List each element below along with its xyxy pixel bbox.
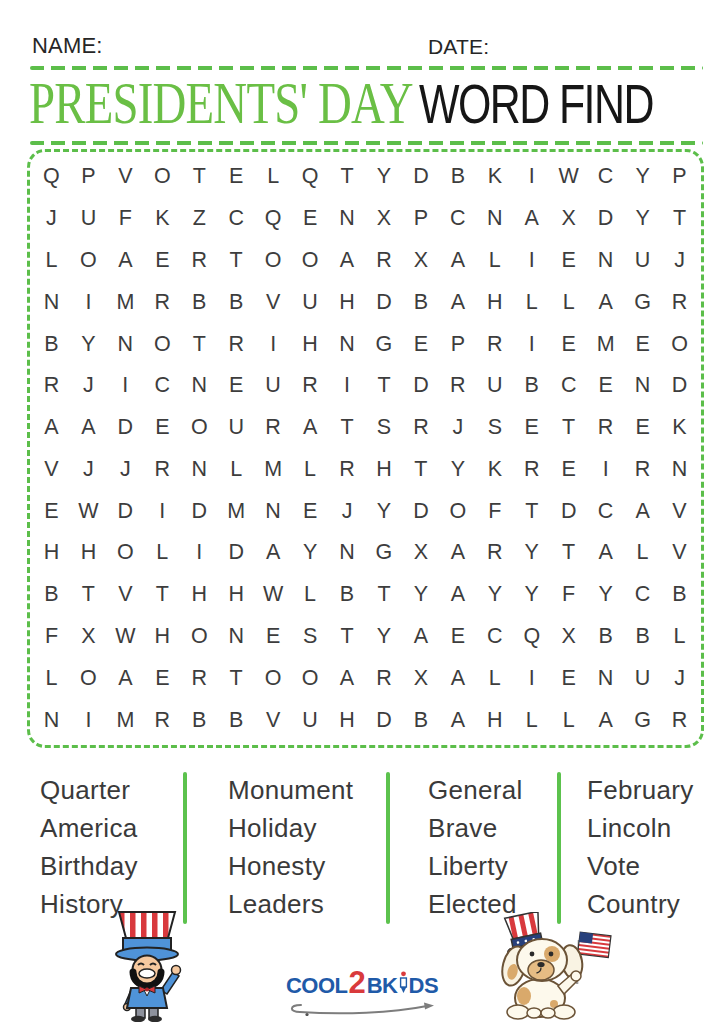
- grid-cell-r8c12[interactable]: Y: [439, 448, 476, 490]
- grid-cell-r10c6[interactable]: D: [218, 532, 255, 574]
- grid-cell-r13c4[interactable]: E: [144, 657, 181, 699]
- grid-cell-r8c11[interactable]: T: [402, 448, 439, 490]
- grid-cell-r14c11[interactable]: B: [402, 699, 439, 741]
- title-highlight: PRESIDENTS' DAY: [29, 70, 413, 136]
- grid-cell-r9c4[interactable]: I: [144, 490, 181, 532]
- grid-cell-r9c3[interactable]: D: [107, 490, 144, 532]
- grid-cell-r11c16[interactable]: Y: [587, 574, 624, 616]
- grid-cell-r7c10[interactable]: S: [365, 407, 402, 449]
- grid-cell-r5c6[interactable]: R: [218, 323, 255, 365]
- grid-cell-r7c8[interactable]: A: [292, 407, 329, 449]
- word-list-column-1: QuarterAmericaBirthdayHistory: [40, 771, 138, 923]
- grid-cell-r5c9[interactable]: N: [329, 323, 366, 365]
- grid-cell-r10c10[interactable]: G: [365, 532, 402, 574]
- grid-cell-r3c7[interactable]: O: [255, 240, 292, 282]
- grid-cell-r2c9[interactable]: N: [329, 198, 366, 240]
- grid-cell-r5c15[interactable]: E: [550, 323, 587, 365]
- dashed-divider-under-title: [30, 141, 703, 145]
- word-list-item[interactable]: Lincoln: [587, 809, 693, 847]
- grid-cell-r11c7[interactable]: W: [255, 574, 292, 616]
- grid-cell-r9c18[interactable]: V: [661, 490, 698, 532]
- grid-cell-r6c17[interactable]: N: [624, 365, 661, 407]
- grid-cell-r9c7[interactable]: N: [255, 490, 292, 532]
- word-list-item[interactable]: Brave: [428, 809, 523, 847]
- grid-cell-r9c6[interactable]: M: [218, 490, 255, 532]
- grid-cell-r6c13[interactable]: U: [476, 365, 513, 407]
- grid-cell-r10c11[interactable]: X: [402, 532, 439, 574]
- grid-cell-r12c8[interactable]: S: [292, 616, 329, 658]
- grid-cell-r13c12[interactable]: A: [439, 657, 476, 699]
- grid-cell-r10c9[interactable]: N: [329, 532, 366, 574]
- grid-cell-r8c17[interactable]: R: [624, 448, 661, 490]
- grid-cell-r10c18[interactable]: V: [661, 532, 698, 574]
- grid-cell-r5c3[interactable]: N: [107, 323, 144, 365]
- uncle-sam-mascot-icon: [97, 910, 197, 1022]
- grid-cell-r8c14[interactable]: R: [513, 448, 550, 490]
- grid-cell-r10c8[interactable]: Y: [292, 532, 329, 574]
- grid-cell-r12c10[interactable]: Y: [365, 616, 402, 658]
- grid-cell-r12c15[interactable]: X: [550, 616, 587, 658]
- grid-cell-r6c16[interactable]: E: [587, 365, 624, 407]
- grid-cell-r2c14[interactable]: A: [513, 198, 550, 240]
- grid-cell-r4c5[interactable]: B: [181, 281, 218, 323]
- grid-cell-r8c8[interactable]: L: [292, 448, 329, 490]
- grid-cell-r12c7[interactable]: E: [255, 616, 292, 658]
- grid-cell-r7c2[interactable]: A: [70, 407, 107, 449]
- grid-cell-r4c11[interactable]: B: [402, 281, 439, 323]
- grid-cell-r5c8[interactable]: H: [292, 323, 329, 365]
- grid-cell-r12c16[interactable]: B: [587, 616, 624, 658]
- grid-cell-r6c10[interactable]: T: [365, 365, 402, 407]
- grid-cell-r4c15[interactable]: L: [550, 281, 587, 323]
- grid-cell-r8c15[interactable]: E: [550, 448, 587, 490]
- grid-cell-r6c5[interactable]: N: [181, 365, 218, 407]
- grid-cell-r7c18[interactable]: K: [661, 407, 698, 449]
- grid-cell-r14c12[interactable]: A: [439, 699, 476, 741]
- grid-cell-r2c15[interactable]: X: [550, 198, 587, 240]
- grid-cell-r2c8[interactable]: E: [292, 198, 329, 240]
- grid-cell-r5c2[interactable]: Y: [70, 323, 107, 365]
- grid-cell-r14c15[interactable]: L: [550, 699, 587, 741]
- grid-cell-r4c16[interactable]: A: [587, 281, 624, 323]
- word-list-column-2: MonumentHolidayHonestyLeaders: [228, 771, 353, 923]
- grid-cell-r4c4[interactable]: R: [144, 281, 181, 323]
- grid-cell-r4c17[interactable]: G: [624, 281, 661, 323]
- grid-cell-r1c6[interactable]: E: [218, 156, 255, 198]
- grid-cell-r9c16[interactable]: C: [587, 490, 624, 532]
- grid-cell-r9c8[interactable]: E: [292, 490, 329, 532]
- grid-cell-r4c9[interactable]: H: [329, 281, 366, 323]
- grid-cell-r3c12[interactable]: A: [439, 240, 476, 282]
- grid-cell-r7c12[interactable]: J: [439, 407, 476, 449]
- grid-cell-r14c4[interactable]: R: [144, 699, 181, 741]
- grid-cell-r2c2[interactable]: U: [70, 198, 107, 240]
- word-list-item[interactable]: General: [428, 771, 523, 809]
- grid-cell-r6c14[interactable]: B: [513, 365, 550, 407]
- word-list-column-3: GeneralBraveLibertyElected: [428, 771, 523, 923]
- grid-cell-r10c17[interactable]: L: [624, 532, 661, 574]
- grid-cell-r3c1[interactable]: L: [33, 240, 70, 282]
- grid-cell-r4c14[interactable]: L: [513, 281, 550, 323]
- grid-cell-r14c2[interactable]: I: [70, 699, 107, 741]
- grid-cell-r14c8[interactable]: U: [292, 699, 329, 741]
- grid-cell-r11c9[interactable]: B: [329, 574, 366, 616]
- logo-pencil-i-icon: [399, 971, 408, 993]
- word-list-divider-1: [183, 772, 187, 924]
- grid-cell-r14c3[interactable]: M: [107, 699, 144, 741]
- grid-cell-r11c18[interactable]: B: [661, 574, 698, 616]
- grid-cell-r6c3[interactable]: I: [107, 365, 144, 407]
- grid-cell-r7c14[interactable]: E: [513, 407, 550, 449]
- grid-cell-r5c11[interactable]: E: [402, 323, 439, 365]
- grid-cell-r8c7[interactable]: M: [255, 448, 292, 490]
- grid-cell-r11c2[interactable]: T: [70, 574, 107, 616]
- grid-cell-r4c1[interactable]: N: [33, 281, 70, 323]
- grid-cell-r3c6[interactable]: T: [218, 240, 255, 282]
- grid-cell-r10c3[interactable]: O: [107, 532, 144, 574]
- grid-cell-r3c11[interactable]: X: [402, 240, 439, 282]
- grid-cell-r8c9[interactable]: R: [329, 448, 366, 490]
- grid-cell-r14c18[interactable]: R: [661, 699, 698, 741]
- grid-cell-r1c9[interactable]: T: [329, 156, 366, 198]
- grid-cell-r8c2[interactable]: J: [70, 448, 107, 490]
- grid-cell-r3c10[interactable]: R: [365, 240, 402, 282]
- grid-cell-r9c10[interactable]: Y: [365, 490, 402, 532]
- grid-cell-r3c3[interactable]: A: [107, 240, 144, 282]
- grid-cell-r1c2[interactable]: P: [70, 156, 107, 198]
- grid-cell-r12c2[interactable]: X: [70, 616, 107, 658]
- grid-cell-r4c10[interactable]: D: [365, 281, 402, 323]
- grid-cell-r12c9[interactable]: T: [329, 616, 366, 658]
- grid-cell-r1c7[interactable]: L: [255, 156, 292, 198]
- grid-cell-r13c18[interactable]: J: [661, 657, 698, 699]
- grid-cell-r13c10[interactable]: R: [365, 657, 402, 699]
- word-list-item[interactable]: Birthday: [40, 847, 138, 885]
- grid-cell-r2c5[interactable]: Z: [181, 198, 218, 240]
- grid-cell-r2c13[interactable]: N: [476, 198, 513, 240]
- grid-cell-r9c11[interactable]: D: [402, 490, 439, 532]
- grid-cell-r1c13[interactable]: K: [476, 156, 513, 198]
- grid-cell-r14c10[interactable]: D: [365, 699, 402, 741]
- grid-cell-r11c14[interactable]: Y: [513, 574, 550, 616]
- grid-cell-r8c4[interactable]: R: [144, 448, 181, 490]
- grid-cell-r13c9[interactable]: A: [329, 657, 366, 699]
- grid-cell-r2c16[interactable]: D: [587, 198, 624, 240]
- grid-cell-r6c18[interactable]: D: [661, 365, 698, 407]
- grid-cell-r4c13[interactable]: H: [476, 281, 513, 323]
- grid-cell-r1c3[interactable]: V: [107, 156, 144, 198]
- grid-cell-r11c15[interactable]: F: [550, 574, 587, 616]
- grid-cell-r3c15[interactable]: E: [550, 240, 587, 282]
- word-list-divider-3: [557, 772, 561, 924]
- grid-cell-r11c6[interactable]: H: [218, 574, 255, 616]
- grid-cell-r10c7[interactable]: A: [255, 532, 292, 574]
- grid-cell-r5c5[interactable]: T: [181, 323, 218, 365]
- grid-cell-r2c11[interactable]: P: [402, 198, 439, 240]
- word-list-item[interactable]: Honesty: [228, 847, 353, 885]
- grid-cell-r6c6[interactable]: E: [218, 365, 255, 407]
- grid-cell-r2c3[interactable]: F: [107, 198, 144, 240]
- grid-cell-r7c16[interactable]: R: [587, 407, 624, 449]
- grid-cell-r14c6[interactable]: B: [218, 699, 255, 741]
- grid-cell-r3c16[interactable]: N: [587, 240, 624, 282]
- grid-cell-r3c18[interactable]: J: [661, 240, 698, 282]
- logo-two-text: 2: [348, 972, 365, 994]
- grid-cell-r1c12[interactable]: B: [439, 156, 476, 198]
- grid-cell-r12c17[interactable]: B: [624, 616, 661, 658]
- grid-cell-r9c15[interactable]: D: [550, 490, 587, 532]
- word-list-item[interactable]: Vote: [587, 847, 693, 885]
- grid-cell-r2c10[interactable]: X: [365, 198, 402, 240]
- grid-cell-r11c10[interactable]: T: [365, 574, 402, 616]
- name-label: NAME:: [32, 33, 103, 59]
- grid-cell-r2c4[interactable]: K: [144, 198, 181, 240]
- grid-cell-r9c14[interactable]: T: [513, 490, 550, 532]
- grid-cell-r1c5[interactable]: T: [181, 156, 218, 198]
- grid-cell-r5c16[interactable]: M: [587, 323, 624, 365]
- grid-cell-r13c17[interactable]: U: [624, 657, 661, 699]
- patriotic-puppy-mascot-icon: [482, 912, 614, 1022]
- grid-cell-r10c5[interactable]: I: [181, 532, 218, 574]
- grid-cell-r10c2[interactable]: H: [70, 532, 107, 574]
- grid-cell-r5c10[interactable]: G: [365, 323, 402, 365]
- grid-cell-r14c13[interactable]: H: [476, 699, 513, 741]
- grid-cell-r3c13[interactable]: L: [476, 240, 513, 282]
- grid-cell-r12c3[interactable]: W: [107, 616, 144, 658]
- grid-cell-r7c7[interactable]: R: [255, 407, 292, 449]
- grid-cell-r12c13[interactable]: C: [476, 616, 513, 658]
- grid-cell-r7c5[interactable]: O: [181, 407, 218, 449]
- grid-cell-r10c4[interactable]: L: [144, 532, 181, 574]
- grid-cell-r6c2[interactable]: J: [70, 365, 107, 407]
- grid-cell-r8c10[interactable]: H: [365, 448, 402, 490]
- grid-cell-r5c13[interactable]: R: [476, 323, 513, 365]
- grid-cell-r10c15[interactable]: T: [550, 532, 587, 574]
- grid-cell-r7c9[interactable]: T: [329, 407, 366, 449]
- grid-cell-r5c1[interactable]: B: [33, 323, 70, 365]
- grid-cell-r4c7[interactable]: V: [255, 281, 292, 323]
- word-list-item[interactable]: Monument: [228, 771, 353, 809]
- grid-cell-r7c6[interactable]: U: [218, 407, 255, 449]
- grid-cell-r1c10[interactable]: Y: [365, 156, 402, 198]
- grid-cell-r2c1[interactable]: J: [33, 198, 70, 240]
- logo-bk-text: BK: [367, 973, 398, 999]
- grid-cell-r3c9[interactable]: A: [329, 240, 366, 282]
- grid-cell-r3c2[interactable]: O: [70, 240, 107, 282]
- grid-cell-r7c1[interactable]: A: [33, 407, 70, 449]
- grid-cell-r13c2[interactable]: O: [70, 657, 107, 699]
- grid-cell-r6c12[interactable]: R: [439, 365, 476, 407]
- grid-cell-r9c9[interactable]: J: [329, 490, 366, 532]
- word-list-item[interactable]: Liberty: [428, 847, 523, 885]
- grid-cell-r5c7[interactable]: I: [255, 323, 292, 365]
- logo-ds-text: DS: [409, 973, 439, 999]
- grid-cell-r4c12[interactable]: A: [439, 281, 476, 323]
- grid-cell-r7c15[interactable]: T: [550, 407, 587, 449]
- grid-cell-r1c1[interactable]: Q: [33, 156, 70, 198]
- grid-cell-r8c1[interactable]: V: [33, 448, 70, 490]
- grid-cell-r12c14[interactable]: Q: [513, 616, 550, 658]
- grid-cell-r13c11[interactable]: X: [402, 657, 439, 699]
- grid-cell-r7c3[interactable]: D: [107, 407, 144, 449]
- grid-cell-r1c14[interactable]: I: [513, 156, 550, 198]
- word-list-item[interactable]: Holiday: [228, 809, 353, 847]
- grid-cell-r7c4[interactable]: E: [144, 407, 181, 449]
- grid-cell-r2c12[interactable]: C: [439, 198, 476, 240]
- grid-cell-r1c15[interactable]: W: [550, 156, 587, 198]
- grid-cell-r10c1[interactable]: H: [33, 532, 70, 574]
- grid-cell-r13c7[interactable]: O: [255, 657, 292, 699]
- grid-cell-r9c17[interactable]: A: [624, 490, 661, 532]
- grid-cell-r4c6[interactable]: B: [218, 281, 255, 323]
- word-grid: QPVOTELQTYDBKIWCYPJUFKZCQENXPCNAXDYTLOAE…: [27, 149, 704, 748]
- grid-cell-r12c1[interactable]: F: [33, 616, 70, 658]
- word-list-column-4: FebruaryLincolnVoteCountry: [587, 771, 693, 923]
- logo-cool-text: COOL: [286, 973, 348, 999]
- grid-cell-r14c7[interactable]: V: [255, 699, 292, 741]
- grid-cell-r1c17[interactable]: Y: [624, 156, 661, 198]
- grid-cell-r11c12[interactable]: A: [439, 574, 476, 616]
- cool2bkids-logo-text: COOL2BK DS: [283, 971, 441, 999]
- grid-cell-r11c4[interactable]: T: [144, 574, 181, 616]
- grid-cell-r6c7[interactable]: U: [255, 365, 292, 407]
- grid-cell-r13c3[interactable]: A: [107, 657, 144, 699]
- grid-cell-r14c14[interactable]: L: [513, 699, 550, 741]
- grid-cell-r6c15[interactable]: C: [550, 365, 587, 407]
- grid-cell-r8c18[interactable]: N: [661, 448, 698, 490]
- grid-cell-r7c13[interactable]: S: [476, 407, 513, 449]
- grid-cell-r3c4[interactable]: E: [144, 240, 181, 282]
- grid-cell-r9c12[interactable]: O: [439, 490, 476, 532]
- grid-cell-r8c6[interactable]: L: [218, 448, 255, 490]
- grid-cell-r8c5[interactable]: N: [181, 448, 218, 490]
- grid-cell-r11c11[interactable]: Y: [402, 574, 439, 616]
- word-list-item[interactable]: Quarter: [40, 771, 138, 809]
- date-label: DATE:: [428, 35, 489, 59]
- word-list-item[interactable]: Leaders: [228, 885, 353, 923]
- grid-cell-r6c9[interactable]: I: [329, 365, 366, 407]
- grid-cell-r4c18[interactable]: R: [661, 281, 698, 323]
- grid-cell-r13c8[interactable]: O: [292, 657, 329, 699]
- grid-cell-r13c6[interactable]: T: [218, 657, 255, 699]
- logo-swoosh-underline-icon: [287, 1000, 437, 1016]
- grid-cell-r5c12[interactable]: P: [439, 323, 476, 365]
- grid-cell-r12c18[interactable]: L: [661, 616, 698, 658]
- grid-cell-r3c14[interactable]: I: [513, 240, 550, 282]
- word-list-item[interactable]: February: [587, 771, 693, 809]
- grid-cell-r5c4[interactable]: O: [144, 323, 181, 365]
- grid-cell-r11c13[interactable]: Y: [476, 574, 513, 616]
- grid-cell-r8c16[interactable]: I: [587, 448, 624, 490]
- grid-cell-r14c9[interactable]: H: [329, 699, 366, 741]
- grid-cell-r3c8[interactable]: O: [292, 240, 329, 282]
- grid-cell-r1c4[interactable]: O: [144, 156, 181, 198]
- grid-cell-r1c8[interactable]: Q: [292, 156, 329, 198]
- grid-cell-r14c16[interactable]: A: [587, 699, 624, 741]
- grid-cell-r11c1[interactable]: B: [33, 574, 70, 616]
- grid-cell-r1c16[interactable]: C: [587, 156, 624, 198]
- grid-cell-r9c2[interactable]: W: [70, 490, 107, 532]
- grid-cell-r11c17[interactable]: C: [624, 574, 661, 616]
- cool2bkids-logo: COOL2BK DS: [283, 971, 441, 1016]
- grid-cell-r11c5[interactable]: H: [181, 574, 218, 616]
- grid-cell-r6c8[interactable]: R: [292, 365, 329, 407]
- grid-cell-r10c12[interactable]: A: [439, 532, 476, 574]
- grid-cell-r14c1[interactable]: N: [33, 699, 70, 741]
- grid-cell-r8c3[interactable]: J: [107, 448, 144, 490]
- grid-cell-r6c4[interactable]: C: [144, 365, 181, 407]
- grid-cell-r13c15[interactable]: E: [550, 657, 587, 699]
- grid-cell-r13c16[interactable]: N: [587, 657, 624, 699]
- grid-cell-r12c12[interactable]: E: [439, 616, 476, 658]
- grid-cell-r13c13[interactable]: L: [476, 657, 513, 699]
- grid-cell-r13c1[interactable]: L: [33, 657, 70, 699]
- grid-cell-r2c6[interactable]: C: [218, 198, 255, 240]
- grid-cell-r2c18[interactable]: T: [661, 198, 698, 240]
- grid-cell-r6c11[interactable]: D: [402, 365, 439, 407]
- page-title: PRESIDENTS' DAYWORD FIND: [29, 70, 653, 136]
- grid-cell-r10c14[interactable]: Y: [513, 532, 550, 574]
- grid-cell-r5c18[interactable]: O: [661, 323, 698, 365]
- grid-cell-r11c8[interactable]: L: [292, 574, 329, 616]
- grid-cell-r12c4[interactable]: H: [144, 616, 181, 658]
- grid-cell-r14c5[interactable]: B: [181, 699, 218, 741]
- grid-cell-r8c13[interactable]: K: [476, 448, 513, 490]
- grid-cell-r1c11[interactable]: D: [402, 156, 439, 198]
- grid-cell-r9c5[interactable]: D: [181, 490, 218, 532]
- word-list-divider-2: [386, 772, 390, 924]
- grid-cell-r9c13[interactable]: F: [476, 490, 513, 532]
- word-list-item[interactable]: America: [40, 809, 138, 847]
- grid-cell-r10c16[interactable]: A: [587, 532, 624, 574]
- grid-cell-r5c14[interactable]: I: [513, 323, 550, 365]
- grid-cell-r4c8[interactable]: U: [292, 281, 329, 323]
- grid-cell-r14c17[interactable]: G: [624, 699, 661, 741]
- grid-cell-r3c17[interactable]: U: [624, 240, 661, 282]
- grid-cell-r12c5[interactable]: O: [181, 616, 218, 658]
- grid-cell-r6c1[interactable]: R: [33, 365, 70, 407]
- grid-cell-r13c14[interactable]: I: [513, 657, 550, 699]
- title-rest: WORD FIND: [419, 73, 653, 135]
- grid-cell-r12c11[interactable]: A: [402, 616, 439, 658]
- grid-cell-r13c5[interactable]: R: [181, 657, 218, 699]
- grid-cell-r2c7[interactable]: Q: [255, 198, 292, 240]
- grid-cell-r9c1[interactable]: E: [33, 490, 70, 532]
- grid-cell-r2c17[interactable]: Y: [624, 198, 661, 240]
- grid-cell-r3c5[interactable]: R: [181, 240, 218, 282]
- grid-cell-r4c2[interactable]: I: [70, 281, 107, 323]
- grid-cell-r4c3[interactable]: M: [107, 281, 144, 323]
- grid-cell-r5c17[interactable]: E: [624, 323, 661, 365]
- grid-cell-r1c18[interactable]: P: [661, 156, 698, 198]
- grid-cell-r10c13[interactable]: R: [476, 532, 513, 574]
- grid-cell-r7c11[interactable]: R: [402, 407, 439, 449]
- grid-cell-r7c17[interactable]: E: [624, 407, 661, 449]
- grid-cell-r11c3[interactable]: V: [107, 574, 144, 616]
- worksheet-page: NAME: DATE: PRESIDENTS' DAYWORD FIND QPV…: [0, 0, 724, 1024]
- grid-cell-r12c6[interactable]: N: [218, 616, 255, 658]
